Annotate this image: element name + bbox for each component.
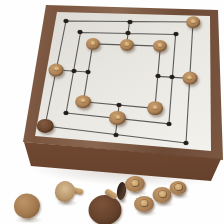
peg-tip	[141, 200, 148, 206]
peg-tip	[159, 191, 166, 197]
tray-7-light-piece[interactable]	[153, 187, 172, 203]
tray-3-dark-piece[interactable]	[89, 195, 122, 224]
tray-6-light-piece[interactable]	[134, 196, 154, 212]
tray-8-light-piece[interactable]	[170, 181, 187, 195]
product-photo: Wooden Nine Men's Morris (Trilha / Mill)…	[0, 0, 224, 224]
peg-tip	[175, 184, 182, 190]
peg-tip	[131, 180, 139, 187]
tray-1-light-piece[interactable]	[13, 192, 41, 219]
loose-pieces-layer	[0, 0, 224, 224]
